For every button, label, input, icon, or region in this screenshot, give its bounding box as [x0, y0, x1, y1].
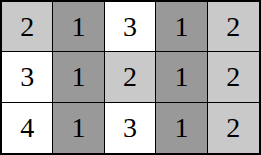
- grid-cell-r3c3[interactable]: 3: [105, 103, 156, 153]
- grid-cell-r2c1[interactable]: 3: [2, 52, 53, 102]
- grid-cell-r1c2[interactable]: 1: [53, 2, 104, 52]
- grid-cell-r3c5[interactable]: 2: [208, 103, 259, 153]
- puzzle-grid: 213123121241312: [0, 0, 261, 155]
- grid-cell-r2c5[interactable]: 2: [208, 52, 259, 102]
- grid-cell-r1c4[interactable]: 1: [156, 2, 207, 52]
- grid-cell-r2c2[interactable]: 1: [53, 52, 104, 102]
- grid-cell-r2c4[interactable]: 1: [156, 52, 207, 102]
- grid-cell-r1c3[interactable]: 3: [105, 2, 156, 52]
- grid-cell-r3c4[interactable]: 1: [156, 103, 207, 153]
- grid-cell-r3c1[interactable]: 4: [2, 103, 53, 153]
- grid-cell-r3c2[interactable]: 1: [53, 103, 104, 153]
- grid-cell-r1c5[interactable]: 2: [208, 2, 259, 52]
- grid-cell-r2c3[interactable]: 2: [105, 52, 156, 102]
- grid-cell-r1c1[interactable]: 2: [2, 2, 53, 52]
